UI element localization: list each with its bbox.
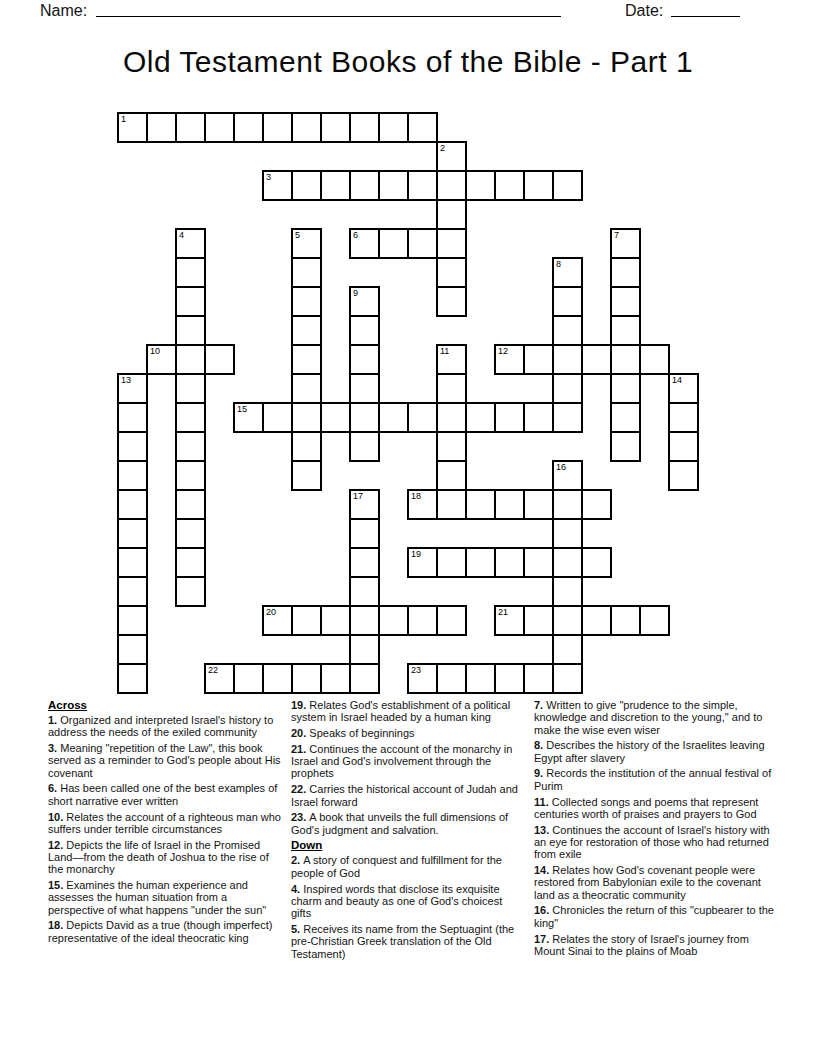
grid-cell-r5c6[interactable] (291, 257, 322, 288)
clue-column-2: 19. Relates God's establishment of a pol… (291, 699, 521, 963)
grid-cell-r2c5[interactable]: 3 (262, 170, 293, 201)
grid-cell-r10c13[interactable] (494, 402, 525, 433)
grid-cell-r13c11[interactable] (436, 489, 467, 520)
grid-cell-r6c6[interactable] (291, 286, 322, 317)
clue-number-label: 21. (291, 743, 309, 755)
grid-cell-r11c19[interactable] (668, 431, 699, 462)
name-label: Name: (40, 2, 87, 20)
grid-cell-r1c11[interactable]: 2 (436, 141, 467, 172)
grid-cell-r18c8[interactable] (349, 634, 380, 665)
clue-number-label: 7. (534, 699, 546, 711)
grid-cell-r15c10[interactable]: 19 (407, 547, 438, 578)
clue-number-label: 17. (534, 933, 552, 945)
clue-down-9: 9. Records the institution of the annual… (534, 767, 780, 792)
grid-cell-r13c0[interactable] (117, 489, 148, 520)
grid-cell-r17c0[interactable] (117, 605, 148, 636)
grid-cell-r12c6[interactable] (291, 460, 322, 491)
clue-across-6: 6. Has been called one of the best examp… (48, 782, 285, 807)
cell-number-10: 10 (150, 346, 160, 356)
cell-number-20: 20 (266, 607, 276, 617)
grid-cell-r2c8[interactable] (349, 170, 380, 201)
grid-cell-r2c10[interactable] (407, 170, 438, 201)
clue-down-5: 5. Receives its name from the Septuagint… (291, 923, 521, 960)
cell-number-22: 22 (208, 665, 218, 675)
clue-number-label: 22. (291, 783, 309, 795)
grid-cell-r4c8[interactable]: 6 (349, 228, 380, 259)
clue-number-label: 6. (48, 782, 60, 794)
grid-cell-r19c6[interactable] (291, 663, 322, 694)
grid-cell-r5c2[interactable] (175, 257, 206, 288)
grid-cell-r16c8[interactable] (349, 576, 380, 607)
grid-cell-r4c10[interactable] (407, 228, 438, 259)
grid-cell-r7c2[interactable] (175, 315, 206, 346)
clue-column-1: Across1. Organized and interpreted Israe… (48, 699, 285, 963)
grid-cell-r5c15[interactable]: 8 (552, 257, 583, 288)
cell-number-2: 2 (440, 143, 445, 153)
grid-cell-r8c18[interactable] (639, 344, 670, 375)
grid-cell-r7c17[interactable] (610, 315, 641, 346)
cell-number-7: 7 (614, 230, 619, 240)
grid-cell-r13c2[interactable] (175, 489, 206, 520)
clue-number-label: 15. (48, 879, 66, 891)
clue-list-heading-across: Across (48, 699, 285, 712)
grid-cell-r11c17[interactable] (610, 431, 641, 462)
grid-cell-r12c0[interactable] (117, 460, 148, 491)
grid-cell-r16c15[interactable] (552, 576, 583, 607)
clue-across-18: 18. Depicts David as a true (though impe… (48, 919, 285, 944)
grid-cell-r19c10[interactable]: 23 (407, 663, 438, 694)
grid-cell-r15c14[interactable] (523, 547, 554, 578)
grid-cell-r2c12[interactable] (465, 170, 496, 201)
clue-column-3: 7. Written to give "prudence to the simp… (534, 699, 780, 963)
clues-section: Across1. Organized and interpreted Israe… (48, 699, 780, 963)
grid-cell-r10c15[interactable] (552, 402, 583, 433)
cell-number-9: 9 (353, 288, 358, 298)
clue-down-14: 14. Relates how God's covenant people we… (534, 864, 780, 901)
grid-cell-r19c15[interactable] (552, 663, 583, 694)
clue-number-label: 5. (291, 923, 303, 935)
cell-number-12: 12 (498, 346, 508, 356)
grid-cell-r0c2[interactable] (175, 112, 206, 143)
grid-cell-r13c12[interactable] (465, 489, 496, 520)
grid-cell-r13c10[interactable]: 18 (407, 489, 438, 520)
grid-cell-r13c14[interactable] (523, 489, 554, 520)
puzzle-title: Old Testament Books of the Bible - Part … (0, 45, 816, 79)
grid-cell-r0c10[interactable] (407, 112, 438, 143)
grid-cell-r17c9[interactable] (378, 605, 409, 636)
grid-cell-r17c8[interactable] (349, 605, 380, 636)
grid-cell-r2c13[interactable] (494, 170, 525, 201)
grid-cell-r10c17[interactable] (610, 402, 641, 433)
grid-cell-r14c8[interactable] (349, 518, 380, 549)
clue-number-label: 19. (291, 699, 309, 711)
clue-number-label: 12. (48, 839, 66, 851)
grid-cell-r0c6[interactable] (291, 112, 322, 143)
clue-number-label: 4. (291, 883, 303, 895)
grid-cell-r19c11[interactable] (436, 663, 467, 694)
grid-cell-r0c7[interactable] (320, 112, 351, 143)
grid-cell-r8c17[interactable] (610, 344, 641, 375)
grid-cell-r7c6[interactable] (291, 315, 322, 346)
grid-cell-r9c0[interactable]: 13 (117, 373, 148, 404)
clue-across-3: 3. Meaning "repetition of the Law", this… (48, 742, 285, 779)
grid-cell-r19c8[interactable] (349, 663, 380, 694)
grid-cell-r17c18[interactable] (639, 605, 670, 636)
clue-down-13: 13. Continues the account of Israel's hi… (534, 824, 780, 861)
grid-cell-r9c8[interactable] (349, 373, 380, 404)
grid-cell-r17c17[interactable] (610, 605, 641, 636)
clue-number-label: 18. (48, 919, 66, 931)
grid-cell-r0c1[interactable] (146, 112, 177, 143)
grid-cell-r14c0[interactable] (117, 518, 148, 549)
cell-number-5: 5 (295, 230, 300, 240)
grid-cell-r13c13[interactable] (494, 489, 525, 520)
grid-cell-r7c15[interactable] (552, 315, 583, 346)
grid-cell-r0c9[interactable] (378, 112, 409, 143)
grid-cell-r11c8[interactable] (349, 431, 380, 462)
clue-number-label: 10. (48, 811, 66, 823)
cell-number-17: 17 (353, 491, 363, 501)
clue-down-17: 17. Relates the story of Israel's journe… (534, 933, 780, 958)
grid-cell-r15c13[interactable] (494, 547, 525, 578)
grid-cell-r9c19[interactable]: 14 (668, 373, 699, 404)
grid-cell-r17c14[interactable] (523, 605, 554, 636)
clue-across-22: 22. Carries the historical account of Ju… (291, 783, 521, 808)
cell-number-13: 13 (121, 375, 131, 385)
grid-cell-r2c11[interactable] (436, 170, 467, 201)
grid-cell-r8c2[interactable] (175, 344, 206, 375)
grid-cell-r10c5[interactable] (262, 402, 293, 433)
grid-cell-r7c8[interactable] (349, 315, 380, 346)
grid-cell-r4c17[interactable]: 7 (610, 228, 641, 259)
grid-cell-r13c15[interactable] (552, 489, 583, 520)
cell-number-4: 4 (179, 230, 184, 240)
date-blank-line[interactable] (671, 0, 740, 17)
grid-cell-r16c0[interactable] (117, 576, 148, 607)
clue-down-7: 7. Written to give "prudence to the simp… (534, 699, 780, 736)
clue-across-15: 15. Examines the human experience and as… (48, 879, 285, 916)
clue-across-10: 10. Relates the account of a righteous m… (48, 811, 285, 836)
grid-cell-r17c16[interactable] (581, 605, 612, 636)
grid-cell-r12c19[interactable] (668, 460, 699, 491)
grid-cell-r13c8[interactable]: 17 (349, 489, 380, 520)
grid-cell-r10c11[interactable] (436, 402, 467, 433)
clue-across-12: 12. Depicts the life of Israel in the Pr… (48, 839, 285, 876)
clue-number-label: 11. (534, 796, 552, 808)
cell-number-6: 6 (353, 230, 358, 240)
clue-down-2: 2. A story of conquest and fulfillment f… (291, 854, 521, 879)
grid-cell-r19c13[interactable] (494, 663, 525, 694)
cell-number-21: 21 (498, 607, 508, 617)
grid-cell-r17c11[interactable] (436, 605, 467, 636)
grid-cell-r17c10[interactable] (407, 605, 438, 636)
cell-number-11: 11 (440, 346, 449, 356)
grid-cell-r18c0[interactable] (117, 634, 148, 665)
grid-cell-r8c11[interactable]: 11 (436, 344, 467, 375)
grid-cell-r2c9[interactable] (378, 170, 409, 201)
grid-cell-r10c7[interactable] (320, 402, 351, 433)
grid-cell-r14c15[interactable] (552, 518, 583, 549)
grid-cell-r6c17[interactable] (610, 286, 641, 317)
clue-number-label: 16. (534, 904, 552, 916)
name-blank-line[interactable] (96, 0, 561, 17)
grid-cell-r2c14[interactable] (523, 170, 554, 201)
clue-number-label: 1. (48, 714, 60, 726)
grid-cell-r9c11[interactable] (436, 373, 467, 404)
grid-cell-r8c8[interactable] (349, 344, 380, 375)
grid-cell-r19c4[interactable] (233, 663, 264, 694)
grid-cell-r12c15[interactable]: 16 (552, 460, 583, 491)
grid-cell-r8c13[interactable]: 12 (494, 344, 525, 375)
grid-cell-r9c15[interactable] (552, 373, 583, 404)
grid-cell-r11c11[interactable] (436, 431, 467, 462)
clue-down-4: 4. Inspired words that disclose its exqu… (291, 883, 521, 920)
clue-list-heading-down: Down (291, 839, 521, 852)
grid-cell-r11c6[interactable] (291, 431, 322, 462)
clue-number-label: 2. (291, 854, 303, 866)
cell-number-14: 14 (672, 375, 682, 385)
clue-number-label: 14. (534, 864, 552, 876)
clue-across-21: 21. Continues the account of the monarch… (291, 743, 521, 780)
grid-cell-r4c9[interactable] (378, 228, 409, 259)
grid-cell-r16c2[interactable] (175, 576, 206, 607)
clue-down-11: 11. Collected songs and poems that repre… (534, 796, 780, 821)
grid-cell-r6c2[interactable] (175, 286, 206, 317)
grid-cell-r9c6[interactable] (291, 373, 322, 404)
grid-cell-r10c19[interactable] (668, 402, 699, 433)
cell-number-15: 15 (237, 404, 247, 414)
cell-number-3: 3 (266, 172, 271, 182)
grid-cell-r6c8[interactable]: 9 (349, 286, 380, 317)
clue-number-label: 3. (48, 742, 60, 754)
grid-cell-r4c11[interactable] (436, 228, 467, 259)
grid-cell-r19c7[interactable] (320, 663, 351, 694)
grid-cell-r10c4[interactable]: 15 (233, 402, 264, 433)
grid-cell-r6c15[interactable] (552, 286, 583, 317)
cell-number-23: 23 (411, 665, 421, 675)
grid-cell-r17c13[interactable]: 21 (494, 605, 525, 636)
grid-cell-r10c6[interactable] (291, 402, 322, 433)
grid-cell-r17c15[interactable] (552, 605, 583, 636)
grid-cell-r8c6[interactable] (291, 344, 322, 375)
grid-cell-r10c9[interactable] (378, 402, 409, 433)
grid-cell-r2c6[interactable] (291, 170, 322, 201)
grid-cell-r10c0[interactable] (117, 402, 148, 433)
clue-across-1: 1. Organized and interpreted Israel's hi… (48, 714, 285, 739)
cell-number-8: 8 (556, 259, 561, 269)
crossword-grid: 1234567891011121314151617181920212223 (117, 112, 700, 695)
clue-number-label: 23. (291, 811, 309, 823)
grid-cell-r0c0[interactable]: 1 (117, 112, 148, 143)
clue-number-label: 8. (534, 739, 546, 751)
cell-number-19: 19 (411, 549, 421, 559)
clue-across-23: 23. A book that unveils the full dimensi… (291, 811, 521, 836)
grid-cell-r9c2[interactable] (175, 373, 206, 404)
grid-cell-r15c2[interactable] (175, 547, 206, 578)
grid-cell-r5c17[interactable] (610, 257, 641, 288)
grid-cell-r15c8[interactable] (349, 547, 380, 578)
grid-cell-r11c2[interactable] (175, 431, 206, 462)
grid-cell-r0c3[interactable] (204, 112, 235, 143)
grid-cell-r8c14[interactable] (523, 344, 554, 375)
grid-cell-r15c0[interactable] (117, 547, 148, 578)
grid-cell-r8c15[interactable] (552, 344, 583, 375)
grid-cell-r10c14[interactable] (523, 402, 554, 433)
clue-across-20: 20. Speaks of beginnings (291, 727, 521, 739)
grid-cell-r17c7[interactable] (320, 605, 351, 636)
grid-cell-r0c5[interactable] (262, 112, 293, 143)
grid-cell-r15c12[interactable] (465, 547, 496, 578)
grid-cell-r19c0[interactable] (117, 663, 148, 694)
clue-number-label: 9. (534, 767, 546, 779)
grid-cell-r14c2[interactable] (175, 518, 206, 549)
grid-cell-r2c7[interactable] (320, 170, 351, 201)
clue-down-8: 8. Describes the history of the Israelit… (534, 739, 780, 764)
grid-cell-r19c5[interactable] (262, 663, 293, 694)
cell-number-18: 18 (411, 491, 421, 501)
grid-cell-r8c1[interactable]: 10 (146, 344, 177, 375)
grid-cell-r17c6[interactable] (291, 605, 322, 636)
grid-cell-r10c10[interactable] (407, 402, 438, 433)
grid-cell-r19c12[interactable] (465, 663, 496, 694)
date-label: Date: (625, 2, 663, 20)
grid-cell-r12c2[interactable] (175, 460, 206, 491)
grid-cell-r17c5[interactable]: 20 (262, 605, 293, 636)
clue-across-19: 19. Relates God's establishment of a pol… (291, 699, 521, 724)
grid-cell-r15c16[interactable] (581, 547, 612, 578)
grid-cell-r19c3[interactable]: 22 (204, 663, 235, 694)
grid-cell-r19c14[interactable] (523, 663, 554, 694)
grid-cell-r15c11[interactable] (436, 547, 467, 578)
grid-cell-r8c3[interactable] (204, 344, 235, 375)
grid-cell-r10c12[interactable] (465, 402, 496, 433)
grid-cell-r0c8[interactable] (349, 112, 380, 143)
grid-cell-r10c2[interactable] (175, 402, 206, 433)
grid-cell-r3c11[interactable] (436, 199, 467, 230)
cell-number-1: 1 (121, 114, 126, 124)
grid-cell-r8c16[interactable] (581, 344, 612, 375)
grid-cell-r11c0[interactable] (117, 431, 148, 462)
grid-cell-r6c11[interactable] (436, 286, 467, 317)
grid-cell-r13c16[interactable] (581, 489, 612, 520)
grid-cell-r12c11[interactable] (436, 460, 467, 491)
grid-cell-r18c15[interactable] (552, 634, 583, 665)
cell-number-16: 16 (556, 462, 566, 472)
clue-number-label: 13. (534, 824, 552, 836)
clue-number-label: 20. (291, 727, 309, 739)
grid-cell-r4c6[interactable]: 5 (291, 228, 322, 259)
grid-cell-r2c15[interactable] (552, 170, 583, 201)
grid-cell-r5c11[interactable] (436, 257, 467, 288)
grid-cell-r15c15[interactable] (552, 547, 583, 578)
grid-cell-r10c8[interactable] (349, 402, 380, 433)
clue-down-16: 16. Chronicles the return of this "cupbe… (534, 904, 780, 929)
grid-cell-r4c2[interactable]: 4 (175, 228, 206, 259)
grid-cell-r9c17[interactable] (610, 373, 641, 404)
grid-cell-r0c4[interactable] (233, 112, 264, 143)
